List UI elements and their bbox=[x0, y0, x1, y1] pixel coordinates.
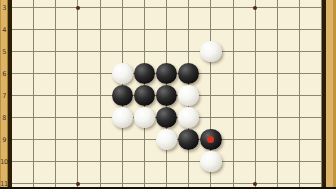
grid-line bbox=[10, 29, 323, 30]
black-stone bbox=[156, 107, 178, 129]
gomoku-board[interactable]: 34567891011 bbox=[0, 0, 336, 189]
white-stone bbox=[156, 129, 178, 151]
last-move-marker bbox=[207, 136, 214, 143]
white-stone bbox=[112, 63, 134, 85]
black-stone bbox=[112, 85, 134, 107]
star-point bbox=[253, 6, 257, 10]
white-stone bbox=[200, 41, 222, 63]
bottom-edge-strip bbox=[0, 187, 336, 189]
star-point bbox=[76, 6, 80, 10]
grid-line bbox=[10, 7, 323, 8]
grid-line bbox=[10, 161, 323, 162]
black-stone bbox=[134, 63, 156, 85]
white-stone bbox=[200, 151, 222, 173]
row-label: 6 bbox=[0, 70, 8, 78]
black-stone bbox=[200, 129, 222, 151]
grid-line bbox=[10, 51, 323, 52]
row-label: 10 bbox=[0, 158, 8, 166]
star-point bbox=[76, 182, 80, 186]
black-stone bbox=[156, 85, 178, 107]
white-stone bbox=[178, 85, 200, 107]
black-stone bbox=[178, 63, 200, 85]
row-label: 8 bbox=[0, 114, 8, 122]
row-label: 3 bbox=[0, 4, 8, 12]
black-stone bbox=[178, 129, 200, 151]
row-label: 4 bbox=[0, 26, 8, 34]
row-label: 9 bbox=[0, 136, 8, 144]
grid-line bbox=[10, 183, 323, 184]
star-point bbox=[253, 182, 257, 186]
row-label: 5 bbox=[0, 48, 8, 56]
white-stone bbox=[112, 107, 134, 129]
white-stone bbox=[134, 107, 156, 129]
white-stone bbox=[178, 107, 200, 129]
black-stone bbox=[134, 85, 156, 107]
board-frame-right bbox=[322, 0, 336, 189]
row-label: 7 bbox=[0, 92, 8, 100]
black-stone bbox=[156, 63, 178, 85]
